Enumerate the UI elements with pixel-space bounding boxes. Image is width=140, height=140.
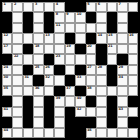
clue-number: 9 xyxy=(66,13,68,17)
clue-number: 11 xyxy=(56,24,60,28)
white-cell[interactable]: 18 xyxy=(33,44,43,54)
clue-number: 41 xyxy=(4,108,8,112)
black-cell xyxy=(75,44,85,54)
clue-number: 13 xyxy=(45,34,49,38)
white-cell[interactable]: 39 xyxy=(54,96,64,106)
white-cell[interactable] xyxy=(117,128,127,138)
white-cell[interactable] xyxy=(12,107,22,117)
white-cell[interactable] xyxy=(75,23,85,33)
white-cell[interactable] xyxy=(107,128,117,138)
white-cell[interactable] xyxy=(65,54,75,64)
white-cell[interactable] xyxy=(12,128,22,138)
clue-number: 2 xyxy=(14,3,16,7)
white-cell[interactable] xyxy=(12,75,22,85)
white-cell[interactable] xyxy=(54,75,64,85)
white-cell[interactable]: 20 xyxy=(86,44,96,54)
white-cell[interactable]: 35 xyxy=(2,86,12,96)
clue-number: 23 xyxy=(56,55,60,59)
white-cell[interactable] xyxy=(75,33,85,43)
clue-number: 3 xyxy=(35,3,37,7)
black-cell xyxy=(107,65,117,75)
clue-number: 22 xyxy=(14,55,18,59)
white-cell[interactable] xyxy=(86,107,96,117)
black-cell xyxy=(107,23,117,33)
black-cell xyxy=(2,96,12,106)
black-cell xyxy=(65,107,75,117)
white-cell[interactable] xyxy=(23,54,33,64)
white-cell[interactable]: 2 xyxy=(12,2,22,12)
black-cell xyxy=(107,12,117,22)
black-cell xyxy=(54,86,64,96)
black-cell xyxy=(2,117,12,127)
clue-number: 10 xyxy=(77,13,81,17)
white-cell[interactable] xyxy=(86,75,96,85)
white-cell[interactable]: 16 xyxy=(128,33,138,43)
black-cell xyxy=(44,96,54,106)
white-cell[interactable]: 28 xyxy=(96,65,106,75)
white-cell[interactable] xyxy=(86,23,96,33)
clue-number: 43 xyxy=(119,108,123,112)
black-cell xyxy=(44,12,54,22)
white-cell[interactable]: 14 xyxy=(96,33,106,43)
clue-number: 25 xyxy=(35,66,39,70)
white-cell[interactable] xyxy=(65,65,75,75)
white-cell[interactable]: 13 xyxy=(44,33,54,43)
black-cell xyxy=(33,75,43,85)
white-cell[interactable] xyxy=(33,54,43,64)
black-cell xyxy=(107,96,117,106)
black-cell xyxy=(54,65,64,75)
clue-number: 42 xyxy=(77,108,81,112)
white-cell[interactable]: 29 xyxy=(117,65,127,75)
black-cell xyxy=(65,128,75,138)
white-cell[interactable] xyxy=(86,54,96,64)
white-cell[interactable] xyxy=(12,12,22,22)
white-cell[interactable]: 31 xyxy=(23,75,33,85)
black-cell xyxy=(44,23,54,33)
clue-number: 14 xyxy=(98,34,102,38)
black-cell xyxy=(65,2,75,12)
white-cell[interactable]: 34 xyxy=(117,75,127,85)
white-cell[interactable] xyxy=(117,23,127,33)
white-cell[interactable] xyxy=(117,12,127,22)
black-cell xyxy=(44,54,54,64)
white-cell[interactable] xyxy=(33,128,43,138)
clue-number: 4 xyxy=(56,3,58,7)
white-cell[interactable] xyxy=(33,107,43,117)
white-cell[interactable] xyxy=(96,75,106,85)
white-cell[interactable] xyxy=(44,86,54,96)
black-cell xyxy=(86,33,96,43)
white-cell[interactable]: 33 xyxy=(75,75,85,85)
white-cell[interactable] xyxy=(33,117,43,127)
clue-number: 30 xyxy=(4,76,8,80)
white-cell[interactable] xyxy=(96,86,106,96)
white-cell[interactable] xyxy=(96,128,106,138)
clue-number: 21 xyxy=(108,45,112,49)
white-cell[interactable] xyxy=(75,54,85,64)
white-cell[interactable] xyxy=(33,23,43,33)
clue-number: 27 xyxy=(87,66,91,70)
white-cell[interactable]: 42 xyxy=(75,107,85,117)
white-cell[interactable] xyxy=(117,33,127,43)
white-cell[interactable] xyxy=(117,86,127,96)
white-cell[interactable]: 25 xyxy=(33,65,43,75)
black-cell xyxy=(65,75,75,85)
black-cell xyxy=(65,33,75,43)
white-cell[interactable] xyxy=(128,44,138,54)
black-cell xyxy=(117,54,127,64)
white-cell[interactable] xyxy=(12,117,22,127)
white-cell[interactable] xyxy=(54,107,64,117)
clue-number: 28 xyxy=(98,66,102,70)
white-cell[interactable] xyxy=(107,2,117,12)
white-cell[interactable]: 40 xyxy=(75,96,85,106)
white-cell[interactable]: 17 xyxy=(2,44,12,54)
white-cell[interactable] xyxy=(23,33,33,43)
clue-number: 20 xyxy=(87,45,91,49)
clue-number: 38 xyxy=(87,87,91,91)
white-cell[interactable] xyxy=(96,96,106,106)
white-cell[interactable]: 11 xyxy=(54,23,64,33)
white-cell[interactable]: 44 xyxy=(2,128,12,138)
white-cell[interactable]: 27 xyxy=(86,65,96,75)
white-cell[interactable]: 45 xyxy=(86,128,96,138)
white-cell[interactable] xyxy=(23,2,33,12)
black-cell xyxy=(128,23,138,33)
white-cell[interactable]: 10 xyxy=(75,12,85,22)
black-cell xyxy=(23,23,33,33)
white-cell[interactable]: 4 xyxy=(54,2,64,12)
black-cell xyxy=(2,12,12,22)
white-cell[interactable]: 3 xyxy=(33,2,43,12)
black-cell xyxy=(107,117,117,127)
black-cell xyxy=(128,12,138,22)
white-cell[interactable] xyxy=(12,65,22,75)
white-cell[interactable] xyxy=(33,96,43,106)
black-cell xyxy=(44,107,54,117)
white-cell[interactable]: 43 xyxy=(117,107,127,117)
clue-number: 37 xyxy=(66,87,70,91)
white-cell[interactable] xyxy=(128,54,138,64)
white-cell[interactable] xyxy=(12,33,22,43)
white-cell[interactable] xyxy=(96,107,106,117)
black-cell xyxy=(86,96,96,106)
clue-number: 34 xyxy=(119,76,123,80)
white-cell[interactable] xyxy=(65,23,75,33)
white-cell[interactable] xyxy=(33,12,43,22)
crossword-grid: 1234567891011121314151617181920212223242… xyxy=(1,1,139,139)
clue-number: 44 xyxy=(4,129,8,133)
black-cell xyxy=(107,107,117,117)
white-cell[interactable]: 7 xyxy=(117,2,127,12)
white-cell[interactable] xyxy=(12,44,22,54)
white-cell[interactable]: 9 xyxy=(65,12,75,22)
clue-number: 17 xyxy=(4,45,8,49)
clue-number: 31 xyxy=(24,76,28,80)
white-cell[interactable] xyxy=(128,65,138,75)
white-cell[interactable] xyxy=(12,86,22,96)
black-cell xyxy=(23,96,33,106)
black-cell xyxy=(23,107,33,117)
black-cell xyxy=(128,96,138,106)
white-cell[interactable] xyxy=(54,44,64,54)
clue-number: 36 xyxy=(35,87,39,91)
black-cell xyxy=(44,117,54,127)
white-cell[interactable]: 26 xyxy=(44,65,54,75)
white-cell[interactable]: 8 xyxy=(54,12,64,22)
clue-number: 19 xyxy=(66,45,70,49)
white-cell[interactable]: 24 xyxy=(2,65,12,75)
white-cell[interactable] xyxy=(96,117,106,127)
clue-number: 45 xyxy=(87,129,91,133)
clue-number: 39 xyxy=(56,97,60,101)
black-cell xyxy=(86,12,96,22)
white-cell[interactable] xyxy=(107,54,117,64)
clue-number: 7 xyxy=(119,3,121,7)
white-cell[interactable] xyxy=(96,23,106,33)
black-cell xyxy=(128,117,138,127)
black-cell xyxy=(2,54,12,64)
white-cell[interactable]: 1 xyxy=(2,2,12,12)
white-cell[interactable] xyxy=(33,33,43,43)
clue-number: 8 xyxy=(56,13,58,17)
white-cell[interactable] xyxy=(107,86,117,96)
white-cell[interactable]: 23 xyxy=(54,54,64,64)
clue-number: 5 xyxy=(87,3,89,7)
clue-number: 18 xyxy=(35,45,39,49)
white-cell[interactable]: 41 xyxy=(2,107,12,117)
white-cell[interactable] xyxy=(23,86,33,96)
clue-number: 6 xyxy=(98,3,100,7)
clue-number: 32 xyxy=(45,76,49,80)
white-cell[interactable]: 12 xyxy=(2,33,12,43)
white-cell[interactable]: 5 xyxy=(86,2,96,12)
white-cell[interactable] xyxy=(117,96,127,106)
black-cell xyxy=(75,117,85,127)
white-cell[interactable]: 21 xyxy=(107,44,117,54)
black-cell xyxy=(75,128,85,138)
clue-number: 40 xyxy=(77,97,81,101)
black-cell xyxy=(23,44,33,54)
black-cell xyxy=(23,65,33,75)
clue-number: 24 xyxy=(4,66,8,70)
white-cell[interactable]: 38 xyxy=(86,86,96,96)
clue-number: 26 xyxy=(45,66,49,70)
clue-number: 35 xyxy=(4,87,8,91)
white-cell[interactable] xyxy=(128,75,138,85)
clue-number: 1 xyxy=(4,3,6,7)
white-cell[interactable] xyxy=(54,117,64,127)
white-cell[interactable]: 19 xyxy=(65,44,75,54)
clue-number: 15 xyxy=(108,34,112,38)
white-cell[interactable] xyxy=(117,44,127,54)
clue-number: 33 xyxy=(77,76,81,80)
white-cell[interactable]: 22 xyxy=(12,54,22,64)
black-cell xyxy=(23,117,33,127)
black-cell xyxy=(2,23,12,33)
white-cell[interactable] xyxy=(128,128,138,138)
clue-number: 16 xyxy=(129,34,133,38)
white-cell[interactable] xyxy=(44,128,54,138)
black-cell xyxy=(75,2,85,12)
white-cell[interactable] xyxy=(12,96,22,106)
white-cell[interactable] xyxy=(54,128,64,138)
crossword-board: 1234567891011121314151617181920212223242… xyxy=(0,0,140,140)
white-cell[interactable]: 6 xyxy=(96,2,106,12)
white-cell[interactable]: 37 xyxy=(65,86,75,96)
black-cell xyxy=(86,117,96,127)
clue-number: 29 xyxy=(119,66,123,70)
white-cell[interactable]: 36 xyxy=(33,86,43,96)
white-cell[interactable] xyxy=(65,96,75,106)
black-cell xyxy=(75,86,85,96)
black-cell xyxy=(96,44,106,54)
white-cell[interactable]: 30 xyxy=(2,75,12,85)
white-cell[interactable] xyxy=(12,23,22,33)
white-cell[interactable] xyxy=(96,12,106,22)
white-cell[interactable] xyxy=(128,2,138,12)
white-cell[interactable] xyxy=(44,2,54,12)
white-cell[interactable]: 15 xyxy=(107,33,117,43)
white-cell[interactable] xyxy=(54,33,64,43)
white-cell[interactable] xyxy=(128,86,138,96)
black-cell xyxy=(107,75,117,85)
white-cell[interactable] xyxy=(117,117,127,127)
black-cell xyxy=(65,117,75,127)
black-cell xyxy=(75,65,85,75)
black-cell xyxy=(96,54,106,64)
clue-number: 12 xyxy=(4,34,8,38)
white-cell[interactable] xyxy=(23,128,33,138)
white-cell[interactable]: 32 xyxy=(44,75,54,85)
white-cell[interactable] xyxy=(44,44,54,54)
white-cell[interactable] xyxy=(128,107,138,117)
black-cell xyxy=(23,12,33,22)
